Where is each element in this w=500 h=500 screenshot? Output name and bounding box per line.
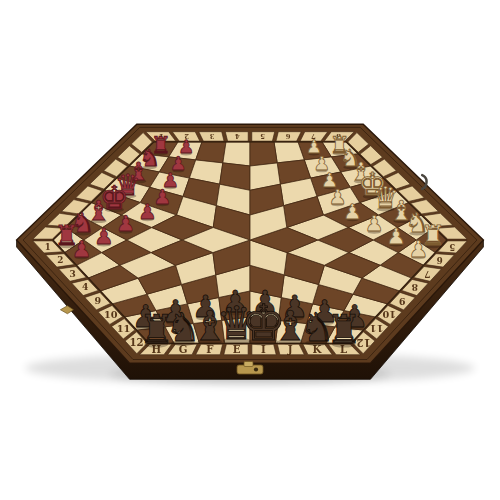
cell-TL-f0-r3[interactable] (223, 142, 250, 166)
natural-pawn[interactable]: ♟ (408, 236, 428, 262)
red-pawn[interactable]: ♟ (116, 211, 135, 236)
rim-label-north-4: 5 (260, 132, 265, 140)
product-photo: HGFEIJKL123491011125678910111212345678 ♜… (0, 0, 500, 500)
rim-label-southwest-1: 2 (57, 255, 63, 265)
rim-label-southwest-3: 4 (82, 281, 89, 292)
rim-label-southwest-5: 10 (104, 309, 118, 320)
latch-keyhole (254, 367, 258, 371)
rim-label-southwest-0: 1 (45, 242, 51, 252)
rim-label-southeast-3: 8 (411, 282, 417, 293)
red-pawn[interactable]: ♟ (72, 236, 92, 262)
rim-label-north-2: 3 (209, 132, 214, 140)
natural-pawn[interactable]: ♟ (365, 211, 384, 236)
dark_walnut-rook[interactable]: ♜ (138, 306, 173, 352)
natural-pawn[interactable]: ♟ (386, 223, 406, 249)
rim-label-southeast-0: 5 (449, 242, 455, 252)
rim-label-southeast-1: 6 (437, 255, 443, 265)
rim-label-southwest-4: 9 (95, 295, 102, 306)
rim-label-southwest-2: 3 (70, 269, 76, 279)
rim-label-southeast-2: 7 (424, 269, 430, 279)
dark_walnut-rook[interactable]: ♜ (326, 306, 361, 352)
rim-label-southeast-6: 11 (370, 323, 384, 334)
rim-label-north-3: 4 (235, 132, 240, 140)
natural-pawn[interactable]: ♟ (343, 200, 362, 224)
red-pawn[interactable]: ♟ (138, 200, 157, 224)
rim-label-southeast-5: 10 (382, 309, 396, 320)
rim-label-southeast-4: 9 (398, 296, 405, 307)
latch-hasp (244, 362, 253, 367)
rim-label-north-5: 6 (285, 132, 290, 140)
red-pawn[interactable]: ♟ (94, 223, 114, 249)
three-player-chess-set: HGFEIJKL123491011125678910111212345678 ♜… (0, 0, 500, 500)
rim-label-southwest-6: 11 (117, 323, 131, 334)
cell-TR-f0-r3[interactable] (250, 142, 277, 166)
